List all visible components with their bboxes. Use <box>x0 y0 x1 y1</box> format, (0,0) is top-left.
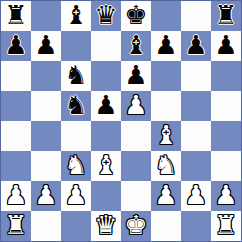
square-a4[interactable] <box>1 121 31 151</box>
square-c6[interactable]: ♞ <box>61 61 91 91</box>
square-b3[interactable] <box>31 151 61 181</box>
square-g3[interactable] <box>181 151 211 181</box>
piece-white-pawn: ♟ <box>214 182 237 208</box>
piece-white-pawn: ♟ <box>184 182 207 208</box>
square-a7[interactable]: ♟ <box>1 31 31 61</box>
square-b5[interactable] <box>31 91 61 121</box>
square-b6[interactable] <box>31 61 61 91</box>
square-e4[interactable] <box>121 121 151 151</box>
square-b2[interactable]: ♟ <box>31 181 61 211</box>
square-a8[interactable]: ♜ <box>1 1 31 31</box>
piece-black-pawn: ♟ <box>4 32 27 58</box>
square-f5[interactable] <box>151 91 181 121</box>
square-a3[interactable] <box>1 151 31 181</box>
square-d1[interactable]: ♛ <box>91 211 121 241</box>
square-d4[interactable] <box>91 121 121 151</box>
piece-black-pawn: ♟ <box>214 32 237 58</box>
piece-white-pawn: ♟ <box>154 182 177 208</box>
piece-white-pawn: ♟ <box>124 92 147 118</box>
piece-black-rook: ♜ <box>4 2 27 28</box>
square-h6[interactable] <box>211 61 241 91</box>
piece-white-queen: ♛ <box>94 212 117 238</box>
piece-white-rook: ♜ <box>4 212 27 238</box>
square-a2[interactable]: ♟ <box>1 181 31 211</box>
piece-white-rook: ♜ <box>214 212 237 238</box>
piece-black-knight: ♞ <box>64 92 87 118</box>
square-c1[interactable] <box>61 211 91 241</box>
square-d8[interactable]: ♛ <box>91 1 121 31</box>
piece-black-bishop: ♝ <box>64 2 87 28</box>
square-c5[interactable]: ♞ <box>61 91 91 121</box>
square-a5[interactable] <box>1 91 31 121</box>
square-f8[interactable] <box>151 1 181 31</box>
square-f1[interactable] <box>151 211 181 241</box>
piece-white-knight: ♞ <box>154 152 177 178</box>
square-e5[interactable]: ♟ <box>121 91 151 121</box>
piece-white-king: ♚ <box>124 212 147 238</box>
square-h3[interactable] <box>211 151 241 181</box>
square-f3[interactable]: ♞ <box>151 151 181 181</box>
square-d6[interactable] <box>91 61 121 91</box>
square-h2[interactable]: ♟ <box>211 181 241 211</box>
square-e2[interactable] <box>121 181 151 211</box>
square-e6[interactable]: ♟ <box>121 61 151 91</box>
square-c4[interactable] <box>61 121 91 151</box>
chess-board: ♜♝♛♚♜♟♟♝♟♟♟♞♟♞♟♟♝♞♝♞♟♟♟♟♟♟♜♛♚♜ <box>0 0 242 242</box>
square-e3[interactable] <box>121 151 151 181</box>
square-g4[interactable] <box>181 121 211 151</box>
piece-black-pawn: ♟ <box>184 32 207 58</box>
square-c3[interactable]: ♞ <box>61 151 91 181</box>
piece-black-pawn: ♟ <box>124 62 147 88</box>
square-f4[interactable]: ♝ <box>151 121 181 151</box>
piece-white-knight: ♞ <box>64 152 87 178</box>
piece-black-rook: ♜ <box>214 2 237 28</box>
piece-black-bishop: ♝ <box>124 32 147 58</box>
square-c8[interactable]: ♝ <box>61 1 91 31</box>
square-h7[interactable]: ♟ <box>211 31 241 61</box>
square-a6[interactable] <box>1 61 31 91</box>
square-d3[interactable]: ♝ <box>91 151 121 181</box>
square-h1[interactable]: ♜ <box>211 211 241 241</box>
square-d2[interactable] <box>91 181 121 211</box>
square-c2[interactable]: ♟ <box>61 181 91 211</box>
piece-black-queen: ♛ <box>94 2 117 28</box>
square-b7[interactable]: ♟ <box>31 31 61 61</box>
piece-white-bishop: ♝ <box>154 122 177 148</box>
square-b4[interactable] <box>31 121 61 151</box>
square-g1[interactable] <box>181 211 211 241</box>
square-c7[interactable] <box>61 31 91 61</box>
square-h4[interactable] <box>211 121 241 151</box>
square-g7[interactable]: ♟ <box>181 31 211 61</box>
piece-white-bishop: ♝ <box>94 152 117 178</box>
square-f6[interactable] <box>151 61 181 91</box>
square-h5[interactable] <box>211 91 241 121</box>
square-d5[interactable]: ♟ <box>91 91 121 121</box>
square-h8[interactable]: ♜ <box>211 1 241 31</box>
square-g5[interactable] <box>181 91 211 121</box>
square-d7[interactable] <box>91 31 121 61</box>
square-b1[interactable] <box>31 211 61 241</box>
square-g2[interactable]: ♟ <box>181 181 211 211</box>
square-f2[interactable]: ♟ <box>151 181 181 211</box>
square-g8[interactable] <box>181 1 211 31</box>
piece-white-pawn: ♟ <box>34 182 57 208</box>
piece-black-knight: ♞ <box>64 62 87 88</box>
piece-white-pawn: ♟ <box>4 182 27 208</box>
piece-black-pawn: ♟ <box>94 92 117 118</box>
square-e7[interactable]: ♝ <box>121 31 151 61</box>
square-f7[interactable]: ♟ <box>151 31 181 61</box>
square-a1[interactable]: ♜ <box>1 211 31 241</box>
piece-black-king: ♚ <box>124 2 147 28</box>
piece-white-pawn: ♟ <box>64 182 87 208</box>
square-g6[interactable] <box>181 61 211 91</box>
piece-black-pawn: ♟ <box>34 32 57 58</box>
square-b8[interactable] <box>31 1 61 31</box>
square-e1[interactable]: ♚ <box>121 211 151 241</box>
square-e8[interactable]: ♚ <box>121 1 151 31</box>
piece-black-pawn: ♟ <box>154 32 177 58</box>
